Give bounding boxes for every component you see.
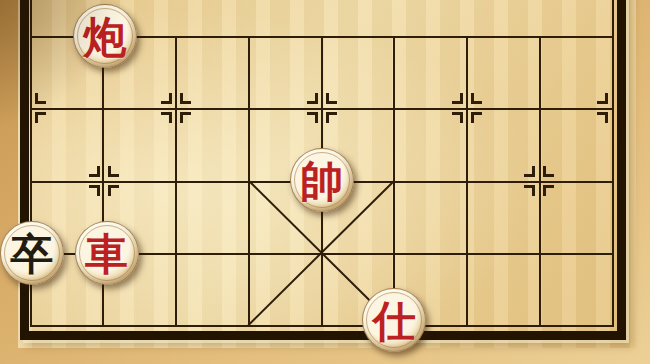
piece-black-soldier[interactable]: 卒 xyxy=(0,221,64,285)
piece-character: 帥 xyxy=(291,149,353,211)
piece-character: 炮 xyxy=(74,5,136,67)
piece-red-chariot[interactable]: 車 xyxy=(75,221,139,285)
piece-red-advisor[interactable]: 仕 xyxy=(362,288,426,352)
xiangqi-board: 炮帥卒車仕 xyxy=(0,0,650,364)
piece-red-cannon[interactable]: 炮 xyxy=(73,4,137,68)
piece-character: 仕 xyxy=(363,289,425,351)
piece-character: 車 xyxy=(76,222,138,284)
piece-character: 卒 xyxy=(1,222,63,284)
piece-red-general[interactable]: 帥 xyxy=(290,148,354,212)
